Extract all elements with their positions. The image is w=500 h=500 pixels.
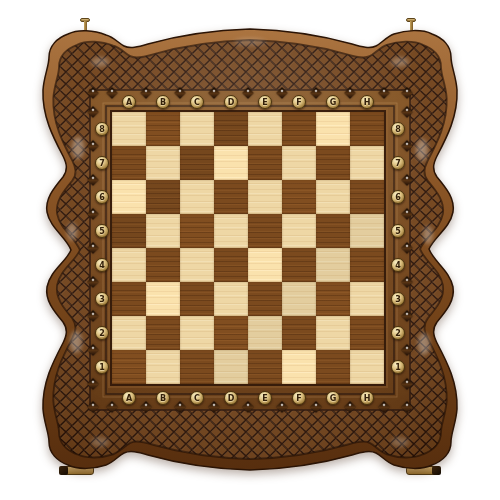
rank-label-left-7: 7 xyxy=(95,156,109,170)
square-g4[interactable] xyxy=(316,248,350,282)
square-h4[interactable] xyxy=(350,248,384,282)
rank-label-left-4: 4 xyxy=(95,258,109,272)
square-h6[interactable] xyxy=(350,180,384,214)
square-a1[interactable] xyxy=(112,350,146,384)
rank-label-left-8: 8 xyxy=(95,122,109,136)
file-label-bottom-f: F xyxy=(292,391,306,405)
square-c8[interactable] xyxy=(180,112,214,146)
rank-label-left-2: 2 xyxy=(95,326,109,340)
square-h3[interactable] xyxy=(350,282,384,316)
rank-label-right-3: 3 xyxy=(391,292,405,306)
square-e4[interactable] xyxy=(248,248,282,282)
square-g5[interactable] xyxy=(316,214,350,248)
square-c4[interactable] xyxy=(180,248,214,282)
square-d6[interactable] xyxy=(214,180,248,214)
square-d7[interactable] xyxy=(214,146,248,180)
square-c1[interactable] xyxy=(180,350,214,384)
rank-label-right-2: 2 xyxy=(391,326,405,340)
square-b1[interactable] xyxy=(146,350,180,384)
rank-label-right-1: 1 xyxy=(391,360,405,374)
square-e7[interactable] xyxy=(248,146,282,180)
rank-label-left-3: 3 xyxy=(95,292,109,306)
rank-label-right-4: 4 xyxy=(391,258,405,272)
rank-label-right-5: 5 xyxy=(391,224,405,238)
file-label-bottom-e: E xyxy=(258,391,272,405)
rank-label-left-1: 1 xyxy=(95,360,109,374)
square-b2[interactable] xyxy=(146,316,180,350)
square-d3[interactable] xyxy=(214,282,248,316)
square-d5[interactable] xyxy=(214,214,248,248)
square-h5[interactable] xyxy=(350,214,384,248)
square-a6[interactable] xyxy=(112,180,146,214)
board-photo: AA88BB77CC66DD55EE44FF33GG22HH11 xyxy=(0,0,500,500)
square-h2[interactable] xyxy=(350,316,384,350)
file-label-bottom-b: B xyxy=(156,391,170,405)
square-g8[interactable] xyxy=(316,112,350,146)
square-f7[interactable] xyxy=(282,146,316,180)
rank-label-right-8: 8 xyxy=(391,122,405,136)
square-a7[interactable] xyxy=(112,146,146,180)
square-b7[interactable] xyxy=(146,146,180,180)
square-d8[interactable] xyxy=(214,112,248,146)
square-g7[interactable] xyxy=(316,146,350,180)
file-label-bottom-g: G xyxy=(326,391,340,405)
square-d4[interactable] xyxy=(214,248,248,282)
square-a2[interactable] xyxy=(112,316,146,350)
square-c7[interactable] xyxy=(180,146,214,180)
file-label-top-b: B xyxy=(156,95,170,109)
file-label-top-d: D xyxy=(224,95,238,109)
square-c3[interactable] xyxy=(180,282,214,316)
file-label-top-g: G xyxy=(326,95,340,109)
square-c2[interactable] xyxy=(180,316,214,350)
square-h7[interactable] xyxy=(350,146,384,180)
square-a3[interactable] xyxy=(112,282,146,316)
square-e8[interactable] xyxy=(248,112,282,146)
square-e6[interactable] xyxy=(248,180,282,214)
square-f2[interactable] xyxy=(282,316,316,350)
file-label-top-e: E xyxy=(258,95,272,109)
rank-label-right-6: 6 xyxy=(391,190,405,204)
square-e3[interactable] xyxy=(248,282,282,316)
square-g3[interactable] xyxy=(316,282,350,316)
square-f1[interactable] xyxy=(282,350,316,384)
square-c6[interactable] xyxy=(180,180,214,214)
square-a4[interactable] xyxy=(112,248,146,282)
square-d1[interactable] xyxy=(214,350,248,384)
rank-label-right-7: 7 xyxy=(391,156,405,170)
square-b5[interactable] xyxy=(146,214,180,248)
square-e2[interactable] xyxy=(248,316,282,350)
square-h8[interactable] xyxy=(350,112,384,146)
square-c5[interactable] xyxy=(180,214,214,248)
square-b3[interactable] xyxy=(146,282,180,316)
square-f8[interactable] xyxy=(282,112,316,146)
square-e1[interactable] xyxy=(248,350,282,384)
square-f5[interactable] xyxy=(282,214,316,248)
file-label-bottom-h: H xyxy=(360,391,374,405)
file-label-bottom-c: C xyxy=(190,391,204,405)
file-label-top-a: A xyxy=(122,95,136,109)
square-d2[interactable] xyxy=(214,316,248,350)
square-a5[interactable] xyxy=(112,214,146,248)
rank-label-left-6: 6 xyxy=(95,190,109,204)
square-g1[interactable] xyxy=(316,350,350,384)
rank-label-left-5: 5 xyxy=(95,224,109,238)
file-label-bottom-a: A xyxy=(122,391,136,405)
square-h1[interactable] xyxy=(350,350,384,384)
square-f6[interactable] xyxy=(282,180,316,214)
file-label-top-h: H xyxy=(360,95,374,109)
square-g6[interactable] xyxy=(316,180,350,214)
square-e5[interactable] xyxy=(248,214,282,248)
file-label-top-c: C xyxy=(190,95,204,109)
file-label-bottom-d: D xyxy=(224,391,238,405)
square-b6[interactable] xyxy=(146,180,180,214)
square-b8[interactable] xyxy=(146,112,180,146)
chess-board xyxy=(112,112,384,384)
square-a8[interactable] xyxy=(112,112,146,146)
square-f4[interactable] xyxy=(282,248,316,282)
square-g2[interactable] xyxy=(316,316,350,350)
file-label-top-f: F xyxy=(292,95,306,109)
square-f3[interactable] xyxy=(282,282,316,316)
square-b4[interactable] xyxy=(146,248,180,282)
